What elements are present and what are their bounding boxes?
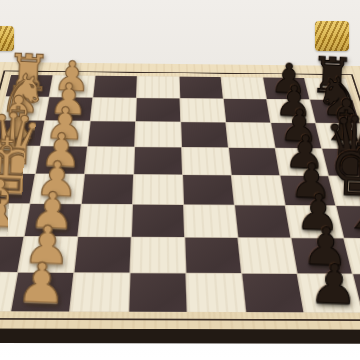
board-frame-line: ♜♟♟♜♞♟♟♞♝♟♟♝♛♟♟♛♚♟♟♚♝♟♟♝♞♟♟♞♜♟♟♜ bbox=[0, 71, 360, 322]
square-f4[interactable] bbox=[132, 205, 184, 237]
board-squares-grid[interactable]: ♜♟♟♜♞♟♟♞♝♟♟♝♛♟♟♛♚♟♟♚♝♟♟♝♞♟♟♞♜♟♟♜ bbox=[0, 75, 360, 313]
chess-board[interactable]: ♜♟♟♜♞♟♟♞♝♟♟♝♛♟♟♛♚♟♟♚♝♟♟♝♞♟♟♞♜♟♟♜ bbox=[0, 62, 360, 344]
square-a4[interactable] bbox=[137, 76, 180, 98]
square-c4[interactable] bbox=[135, 122, 181, 147]
camera-roll-wrapper: ♜♟♟♜♞♟♟♞♝♟♟♝♛♟♟♛♚♟♟♚♝♟♟♝♞♟♟♞♜♟♟♜ bbox=[0, 0, 360, 360]
square-f3[interactable] bbox=[78, 204, 132, 236]
chess-photo-scene: ♜♟♟♜♞♟♟♞♝♟♟♝♛♟♟♛♚♟♟♚♝♟♟♝♞♟♟♞♜♟♟♜ bbox=[0, 0, 360, 360]
square-g5[interactable] bbox=[185, 238, 241, 273]
square-c3[interactable] bbox=[88, 121, 135, 146]
square-e5[interactable] bbox=[183, 175, 234, 205]
black-pawn[interactable]: ♟ bbox=[308, 259, 359, 313]
square-d3[interactable] bbox=[85, 147, 134, 174]
square-e3[interactable] bbox=[82, 174, 133, 204]
white-pawn[interactable]: ♟ bbox=[15, 257, 67, 311]
square-b4[interactable] bbox=[136, 98, 180, 121]
square-e4[interactable] bbox=[133, 175, 183, 205]
square-a5[interactable] bbox=[180, 77, 223, 99]
square-c6[interactable] bbox=[226, 122, 274, 147]
square-g6[interactable] bbox=[238, 238, 296, 273]
square-h2[interactable]: ♟ bbox=[11, 273, 73, 312]
square-e6[interactable] bbox=[232, 175, 285, 205]
square-h3[interactable] bbox=[70, 273, 129, 312]
square-h7[interactable]: ♟ bbox=[298, 274, 360, 313]
square-g3[interactable] bbox=[75, 237, 131, 272]
square-h6[interactable] bbox=[242, 274, 303, 313]
square-d5[interactable] bbox=[182, 148, 231, 175]
square-a3[interactable] bbox=[93, 76, 136, 98]
square-d6[interactable] bbox=[229, 148, 279, 175]
square-h4[interactable] bbox=[129, 273, 186, 312]
square-h5[interactable] bbox=[186, 273, 245, 312]
square-f6[interactable] bbox=[235, 205, 290, 237]
square-g4[interactable] bbox=[131, 237, 186, 272]
square-b6[interactable] bbox=[224, 99, 270, 122]
square-a6[interactable] bbox=[221, 77, 266, 99]
square-c5[interactable] bbox=[181, 122, 228, 147]
square-d4[interactable] bbox=[134, 147, 182, 174]
square-b3[interactable] bbox=[91, 98, 136, 121]
square-b5[interactable] bbox=[180, 99, 225, 122]
square-f5[interactable] bbox=[184, 205, 237, 237]
